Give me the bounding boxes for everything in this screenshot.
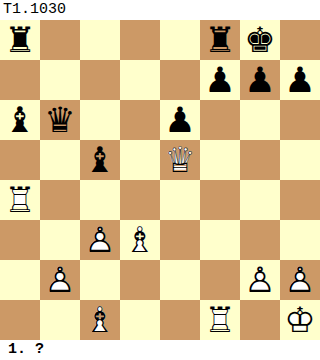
square-d1 — [120, 300, 160, 340]
square-a5 — [0, 140, 40, 180]
piece-bp-e6: ♟ — [160, 100, 200, 140]
square-a7 — [0, 60, 40, 100]
piece-wp-g2-outline: ♙ — [240, 260, 280, 300]
square-f6 — [200, 100, 240, 140]
square-h1: ♚♔ — [280, 300, 320, 340]
square-e8 — [160, 20, 200, 60]
piece-wp-h2-outline: ♙ — [280, 260, 320, 300]
square-d5 — [120, 140, 160, 180]
square-a6: ♝ — [0, 100, 40, 140]
piece-bp-g7: ♟ — [240, 60, 280, 100]
square-f7: ♟ — [200, 60, 240, 100]
piece-bp-h7: ♟ — [280, 60, 320, 100]
square-h2: ♟♙ — [280, 260, 320, 300]
square-h8 — [280, 20, 320, 60]
chess-puzzle-page: T1.1030 ♜♜♚♟♟♟♝♛♟♝♛♕♜♖♟♙♝♗♟♙♟♙♟♙♝♗♜♖♚♔ 1… — [0, 0, 320, 360]
square-c1: ♝♗ — [80, 300, 120, 340]
puzzle-id-label: T1.1030 — [0, 0, 320, 20]
piece-wr-a4-outline: ♖ — [0, 180, 40, 220]
square-f2 — [200, 260, 240, 300]
piece-wk-h1-outline: ♔ — [280, 300, 320, 340]
square-g3 — [240, 220, 280, 260]
square-d8 — [120, 20, 160, 60]
square-g2: ♟♙ — [240, 260, 280, 300]
piece-bb-c5: ♝ — [80, 140, 120, 180]
square-b8 — [40, 20, 80, 60]
chess-board: ♜♜♚♟♟♟♝♛♟♝♛♕♜♖♟♙♝♗♟♙♟♙♟♙♝♗♜♖♚♔ — [0, 20, 320, 340]
piece-br-f8: ♜ — [200, 20, 240, 60]
piece-bq-b6: ♛ — [40, 100, 80, 140]
piece-bb-a6: ♝ — [0, 100, 40, 140]
square-c7 — [80, 60, 120, 100]
square-e3 — [160, 220, 200, 260]
square-b4 — [40, 180, 80, 220]
square-d7 — [120, 60, 160, 100]
square-g4 — [240, 180, 280, 220]
square-e2 — [160, 260, 200, 300]
square-d4 — [120, 180, 160, 220]
square-h7: ♟ — [280, 60, 320, 100]
piece-bp-f7: ♟ — [200, 60, 240, 100]
square-a4: ♜♖ — [0, 180, 40, 220]
square-b1 — [40, 300, 80, 340]
square-d6 — [120, 100, 160, 140]
piece-bk-g8: ♚ — [240, 20, 280, 60]
piece-wq-e5-outline: ♕ — [160, 140, 200, 180]
square-b5 — [40, 140, 80, 180]
piece-wp-b2-outline: ♙ — [40, 260, 80, 300]
square-b3 — [40, 220, 80, 260]
square-g5 — [240, 140, 280, 180]
square-h3 — [280, 220, 320, 260]
square-e6: ♟ — [160, 100, 200, 140]
square-f4 — [200, 180, 240, 220]
piece-wb-c1-outline: ♗ — [80, 300, 120, 340]
square-e4 — [160, 180, 200, 220]
square-c3: ♟♙ — [80, 220, 120, 260]
square-a1 — [0, 300, 40, 340]
square-d2 — [120, 260, 160, 300]
move-prompt: 1. ? — [0, 340, 320, 360]
square-c6 — [80, 100, 120, 140]
square-a3 — [0, 220, 40, 260]
square-d3: ♝♗ — [120, 220, 160, 260]
piece-wr-f1-outline: ♖ — [200, 300, 240, 340]
piece-wb-d3-outline: ♗ — [120, 220, 160, 260]
square-c5: ♝ — [80, 140, 120, 180]
square-f8: ♜ — [200, 20, 240, 60]
square-f3 — [200, 220, 240, 260]
square-c8 — [80, 20, 120, 60]
piece-wp-c3-outline: ♙ — [80, 220, 120, 260]
square-g1 — [240, 300, 280, 340]
square-a8: ♜ — [0, 20, 40, 60]
square-a2 — [0, 260, 40, 300]
square-e1 — [160, 300, 200, 340]
square-g7: ♟ — [240, 60, 280, 100]
square-b7 — [40, 60, 80, 100]
square-g8: ♚ — [240, 20, 280, 60]
square-e7 — [160, 60, 200, 100]
square-f1: ♜♖ — [200, 300, 240, 340]
square-g6 — [240, 100, 280, 140]
square-h4 — [280, 180, 320, 220]
square-f5 — [200, 140, 240, 180]
square-b2: ♟♙ — [40, 260, 80, 300]
square-e5: ♛♕ — [160, 140, 200, 180]
square-c2 — [80, 260, 120, 300]
square-c4 — [80, 180, 120, 220]
square-h6 — [280, 100, 320, 140]
piece-br-a8: ♜ — [0, 20, 40, 60]
square-h5 — [280, 140, 320, 180]
square-b6: ♛ — [40, 100, 80, 140]
